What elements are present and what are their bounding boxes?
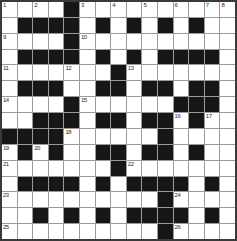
clue-number: 7 — [206, 2, 209, 9]
black-cell — [142, 81, 157, 96]
black-cell — [18, 129, 33, 144]
white-cell[interactable] — [142, 224, 157, 239]
white-cell[interactable] — [127, 97, 142, 112]
black-cell — [18, 177, 33, 192]
white-cell[interactable] — [189, 161, 204, 176]
white-cell[interactable] — [96, 2, 111, 17]
clue-number: 20 — [34, 145, 40, 152]
black-cell — [142, 177, 157, 192]
white-cell[interactable] — [18, 113, 33, 128]
black-cell — [111, 65, 126, 80]
white-cell[interactable]: 22 — [127, 161, 142, 176]
white-cell[interactable] — [2, 50, 17, 65]
white-cell[interactable] — [64, 192, 79, 207]
white-cell[interactable] — [174, 145, 189, 160]
white-cell[interactable] — [49, 208, 64, 223]
white-cell[interactable]: 1 — [2, 2, 17, 17]
black-cell — [158, 177, 173, 192]
black-cell — [158, 81, 173, 96]
white-cell[interactable] — [111, 177, 126, 192]
white-cell[interactable] — [80, 113, 95, 128]
black-cell — [64, 113, 79, 128]
white-cell[interactable] — [189, 208, 204, 223]
white-cell[interactable] — [189, 177, 204, 192]
clue-number: 16 — [175, 113, 181, 120]
clue-number: 12 — [65, 65, 71, 72]
black-cell — [33, 113, 48, 128]
black-cell — [158, 129, 173, 144]
white-cell[interactable] — [220, 224, 235, 239]
black-cell — [18, 18, 33, 33]
white-cell[interactable] — [158, 2, 173, 17]
white-cell[interactable] — [127, 2, 142, 17]
black-cell — [33, 129, 48, 144]
black-cell — [33, 208, 48, 223]
white-cell[interactable] — [127, 129, 142, 144]
white-cell[interactable] — [220, 113, 235, 128]
white-cell[interactable]: 7 — [205, 2, 220, 17]
white-cell[interactable] — [158, 34, 173, 49]
white-cell[interactable] — [2, 177, 17, 192]
white-cell[interactable] — [158, 97, 173, 112]
black-cell — [174, 208, 189, 223]
white-cell[interactable] — [33, 192, 48, 207]
black-cell — [49, 18, 64, 33]
white-cell[interactable] — [127, 81, 142, 96]
white-cell[interactable]: 18 — [64, 129, 79, 144]
white-cell[interactable] — [127, 113, 142, 128]
black-cell — [64, 177, 79, 192]
black-cell — [64, 18, 79, 33]
clue-number: 18 — [65, 129, 71, 136]
black-cell — [205, 208, 220, 223]
black-cell — [205, 50, 220, 65]
black-cell — [127, 177, 142, 192]
black-cell — [205, 81, 220, 96]
white-cell[interactable] — [142, 192, 157, 207]
white-cell[interactable] — [111, 192, 126, 207]
white-cell[interactable] — [220, 192, 235, 207]
white-cell[interactable] — [80, 192, 95, 207]
white-cell[interactable] — [96, 97, 111, 112]
white-cell[interactable] — [189, 34, 204, 49]
white-cell[interactable] — [64, 224, 79, 239]
white-cell[interactable] — [80, 129, 95, 144]
clue-number: 21 — [3, 161, 9, 168]
white-cell[interactable] — [18, 208, 33, 223]
black-cell — [158, 113, 173, 128]
white-cell[interactable] — [80, 81, 95, 96]
clue-number: 14 — [3, 97, 9, 104]
black-cell — [158, 145, 173, 160]
white-cell[interactable] — [205, 18, 220, 33]
black-cell — [127, 18, 142, 33]
white-cell[interactable]: 6 — [174, 2, 189, 17]
white-cell[interactable] — [33, 224, 48, 239]
white-cell[interactable]: 13 — [127, 65, 142, 80]
black-cell — [189, 97, 204, 112]
white-cell[interactable] — [18, 192, 33, 207]
white-cell[interactable] — [18, 2, 33, 17]
white-cell[interactable] — [64, 81, 79, 96]
white-cell[interactable] — [158, 65, 173, 80]
white-cell[interactable] — [80, 65, 95, 80]
white-cell[interactable] — [220, 65, 235, 80]
black-cell — [96, 208, 111, 223]
black-cell — [174, 50, 189, 65]
black-cell — [96, 177, 111, 192]
white-cell[interactable] — [189, 224, 204, 239]
clue-number: 10 — [81, 34, 87, 41]
white-cell[interactable] — [127, 224, 142, 239]
white-cell[interactable] — [80, 50, 95, 65]
white-cell[interactable] — [142, 129, 157, 144]
white-cell[interactable] — [33, 97, 48, 112]
black-cell — [174, 177, 189, 192]
black-cell — [49, 145, 64, 160]
white-cell[interactable] — [189, 129, 204, 144]
white-cell[interactable]: 14 — [2, 97, 17, 112]
white-cell[interactable] — [80, 224, 95, 239]
white-cell[interactable] — [142, 50, 157, 65]
black-cell — [64, 2, 79, 17]
white-cell[interactable] — [127, 192, 142, 207]
black-cell — [142, 145, 157, 160]
white-cell[interactable] — [18, 97, 33, 112]
white-cell[interactable] — [64, 161, 79, 176]
black-cell — [189, 50, 204, 65]
white-cell[interactable] — [205, 224, 220, 239]
black-cell — [49, 81, 64, 96]
white-cell[interactable] — [142, 65, 157, 80]
white-cell[interactable] — [174, 129, 189, 144]
clue-number: 23 — [3, 192, 9, 199]
white-cell[interactable] — [189, 65, 204, 80]
white-cell[interactable] — [111, 18, 126, 33]
white-cell[interactable] — [49, 224, 64, 239]
clue-number: 6 — [175, 2, 178, 9]
white-cell[interactable] — [205, 161, 220, 176]
black-cell — [2, 129, 17, 144]
white-cell[interactable] — [189, 192, 204, 207]
white-cell[interactable] — [142, 161, 157, 176]
white-cell[interactable] — [174, 65, 189, 80]
white-cell[interactable]: 21 — [2, 161, 17, 176]
clue-number: 15 — [81, 97, 87, 104]
white-cell[interactable]: 24 — [174, 192, 189, 207]
black-cell — [64, 208, 79, 223]
black-cell — [189, 81, 204, 96]
clue-number: 19 — [3, 145, 9, 152]
clue-number: 22 — [128, 161, 134, 168]
black-cell — [96, 113, 111, 128]
black-cell — [189, 145, 204, 160]
white-cell[interactable]: 23 — [2, 192, 17, 207]
white-cell[interactable] — [49, 34, 64, 49]
clue-number: 13 — [128, 65, 134, 72]
clue-number: 3 — [81, 2, 84, 9]
white-cell[interactable] — [111, 224, 126, 239]
white-cell[interactable]: 2 — [33, 2, 48, 17]
black-cell — [64, 97, 79, 112]
white-cell[interactable] — [220, 97, 235, 112]
white-cell[interactable] — [18, 224, 33, 239]
black-cell — [33, 50, 48, 65]
white-cell[interactable] — [220, 208, 235, 223]
white-cell[interactable] — [64, 145, 79, 160]
black-cell — [158, 208, 173, 223]
white-cell[interactable] — [49, 97, 64, 112]
white-cell[interactable] — [205, 34, 220, 49]
white-cell[interactable] — [33, 161, 48, 176]
clue-number: 24 — [175, 192, 181, 199]
clue-number: 2 — [34, 2, 37, 9]
white-cell[interactable]: 17 — [205, 113, 220, 128]
white-cell[interactable] — [142, 34, 157, 49]
white-cell[interactable] — [174, 18, 189, 33]
black-cell — [49, 113, 64, 128]
white-cell[interactable] — [111, 208, 126, 223]
white-cell[interactable] — [33, 65, 48, 80]
black-cell — [33, 81, 48, 96]
white-cell[interactable] — [49, 2, 64, 17]
white-cell[interactable]: 25 — [2, 224, 17, 239]
white-cell[interactable]: 9 — [2, 34, 17, 49]
black-cell — [205, 177, 220, 192]
black-cell — [158, 224, 173, 239]
white-cell[interactable] — [18, 161, 33, 176]
white-cell[interactable] — [49, 192, 64, 207]
black-cell — [189, 18, 204, 33]
white-cell[interactable]: 16 — [174, 113, 189, 128]
black-cell — [49, 129, 64, 144]
white-cell[interactable] — [80, 177, 95, 192]
white-cell[interactable] — [49, 65, 64, 80]
white-cell[interactable] — [127, 34, 142, 49]
white-cell[interactable] — [142, 97, 157, 112]
white-cell[interactable]: 20 — [33, 145, 48, 160]
white-cell[interactable] — [142, 18, 157, 33]
white-cell[interactable] — [220, 81, 235, 96]
black-cell — [111, 113, 126, 128]
white-cell[interactable]: 26 — [174, 224, 189, 239]
black-cell — [33, 177, 48, 192]
clue-number: 17 — [206, 113, 212, 120]
white-cell[interactable] — [111, 34, 126, 49]
white-cell[interactable]: 11 — [2, 65, 17, 80]
white-cell[interactable] — [205, 145, 220, 160]
white-cell[interactable]: 15 — [80, 97, 95, 112]
white-cell[interactable] — [205, 65, 220, 80]
black-cell — [18, 145, 33, 160]
white-cell[interactable]: 12 — [64, 65, 79, 80]
black-cell — [205, 97, 220, 112]
white-cell[interactable] — [174, 161, 189, 176]
white-cell[interactable] — [80, 18, 95, 33]
white-cell[interactable] — [158, 161, 173, 176]
white-cell[interactable]: 4 — [111, 2, 126, 17]
white-cell[interactable] — [96, 161, 111, 176]
white-cell[interactable] — [111, 50, 126, 65]
crossword-grid: 1234567891011121314151617181920212223242… — [0, 0, 237, 241]
white-cell[interactable]: 5 — [142, 2, 157, 17]
black-cell — [18, 81, 33, 96]
black-cell — [127, 208, 142, 223]
black-cell — [111, 145, 126, 160]
white-cell[interactable]: 8 — [220, 2, 235, 17]
black-cell — [189, 113, 204, 128]
white-cell[interactable] — [127, 145, 142, 160]
clue-number: 11 — [3, 65, 8, 72]
white-cell[interactable] — [2, 18, 17, 33]
black-cell — [18, 50, 33, 65]
clue-number: 26 — [175, 224, 181, 231]
white-cell[interactable] — [96, 224, 111, 239]
white-cell[interactable] — [174, 34, 189, 49]
white-cell[interactable] — [96, 65, 111, 80]
white-cell[interactable] — [80, 161, 95, 176]
white-cell[interactable] — [189, 2, 204, 17]
white-cell[interactable]: 10 — [80, 34, 95, 49]
white-cell[interactable] — [2, 208, 17, 223]
white-cell[interactable] — [49, 161, 64, 176]
white-cell[interactable] — [80, 145, 95, 160]
black-cell — [111, 161, 126, 176]
black-cell — [158, 50, 173, 65]
crossword-page: 1234567891011121314151617181920212223242… — [0, 0, 237, 241]
black-cell — [96, 81, 111, 96]
black-cell — [96, 50, 111, 65]
black-cell — [127, 50, 142, 65]
white-cell[interactable] — [220, 18, 235, 33]
white-cell[interactable] — [220, 177, 235, 192]
white-cell[interactable] — [2, 81, 17, 96]
white-cell[interactable] — [111, 97, 126, 112]
black-cell — [33, 18, 48, 33]
white-cell[interactable] — [220, 129, 235, 144]
white-cell[interactable] — [18, 34, 33, 49]
white-cell[interactable] — [18, 65, 33, 80]
clue-number: 25 — [3, 224, 9, 231]
black-cell — [174, 97, 189, 112]
white-cell[interactable] — [205, 192, 220, 207]
black-cell — [96, 18, 111, 33]
white-cell[interactable] — [33, 34, 48, 49]
white-cell[interactable]: 19 — [2, 145, 17, 160]
white-cell[interactable] — [174, 81, 189, 96]
white-cell[interactable] — [111, 129, 126, 144]
white-cell[interactable] — [96, 129, 111, 144]
clue-number: 4 — [112, 2, 115, 9]
black-cell — [158, 192, 173, 207]
white-cell[interactable] — [220, 34, 235, 49]
black-cell — [49, 177, 64, 192]
black-cell — [64, 50, 79, 65]
white-cell[interactable] — [220, 161, 235, 176]
white-cell[interactable] — [220, 145, 235, 160]
clue-number: 1 — [3, 2, 6, 9]
white-cell[interactable]: 3 — [80, 2, 95, 17]
black-cell — [158, 18, 173, 33]
black-cell — [142, 113, 157, 128]
black-cell — [111, 81, 126, 96]
black-cell — [96, 145, 111, 160]
white-cell[interactable] — [205, 129, 220, 144]
white-cell[interactable] — [96, 34, 111, 49]
clue-number: 9 — [3, 34, 6, 41]
black-cell — [142, 208, 157, 223]
white-cell[interactable] — [80, 208, 95, 223]
clue-number: 8 — [221, 2, 224, 9]
clue-number: 5 — [143, 2, 146, 9]
black-cell — [49, 50, 64, 65]
white-cell[interactable] — [220, 50, 235, 65]
white-cell[interactable] — [2, 113, 17, 128]
black-cell — [64, 34, 79, 49]
white-cell[interactable] — [96, 192, 111, 207]
